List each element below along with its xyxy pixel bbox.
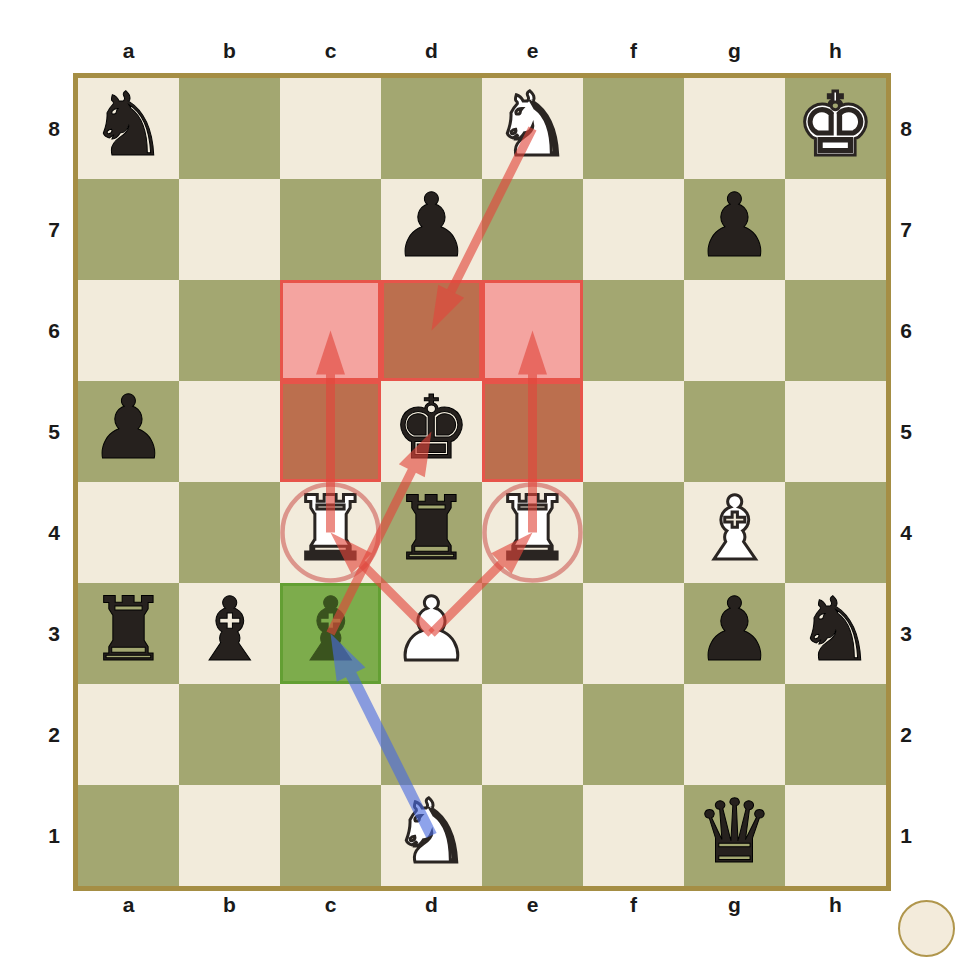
file-label-d: d — [381, 38, 482, 64]
square-g8[interactable] — [684, 78, 785, 179]
square-b4[interactable] — [179, 482, 280, 583]
square-a4[interactable] — [78, 482, 179, 583]
square-h7[interactable] — [785, 179, 886, 280]
piece-black-pawn-g3[interactable]: ♟ — [695, 586, 774, 674]
rank-label-1: 1 — [41, 785, 67, 886]
square-f3[interactable] — [583, 583, 684, 684]
file-label-c: c — [280, 892, 381, 918]
file-label-f: f — [583, 38, 684, 64]
square-e4[interactable]: ♜ — [482, 482, 583, 583]
piece-black-rook-d4[interactable]: ♜ — [392, 485, 471, 573]
piece-white-knight-e8[interactable]: ♞ — [493, 81, 572, 169]
square-h2[interactable] — [785, 684, 886, 785]
square-f6[interactable] — [583, 280, 684, 381]
file-label-c: c — [280, 38, 381, 64]
square-d2[interactable] — [381, 684, 482, 785]
rank-label-5: 5 — [41, 381, 67, 482]
square-d8[interactable] — [381, 78, 482, 179]
square-a6[interactable] — [78, 280, 179, 381]
piece-black-knight-h3[interactable]: ♞ — [796, 586, 875, 674]
square-a7[interactable] — [78, 179, 179, 280]
square-e1[interactable] — [482, 785, 583, 886]
piece-black-king-d5[interactable]: ♚ — [392, 384, 471, 472]
piece-black-knight-a8[interactable]: ♞ — [89, 81, 168, 169]
square-g5[interactable] — [684, 381, 785, 482]
square-f7[interactable] — [583, 179, 684, 280]
file-label-a: a — [78, 892, 179, 918]
file-label-b: b — [179, 892, 280, 918]
piece-white-bishop-g4[interactable]: ♝ — [695, 485, 774, 573]
square-g7[interactable]: ♟ — [684, 179, 785, 280]
file-label-d: d — [381, 892, 482, 918]
square-b8[interactable] — [179, 78, 280, 179]
square-g3[interactable]: ♟ — [684, 583, 785, 684]
rank-labels-right: 87654321 — [893, 78, 919, 886]
file-label-g: g — [684, 892, 785, 918]
rank-label-3: 3 — [41, 583, 67, 684]
file-label-b: b — [179, 38, 280, 64]
square-c3[interactable]: ♝ — [280, 583, 381, 684]
square-g6[interactable] — [684, 280, 785, 381]
square-b3[interactable]: ♝ — [179, 583, 280, 684]
square-h3[interactable]: ♞ — [785, 583, 886, 684]
piece-black-bishop-c3[interactable]: ♝ — [291, 586, 370, 674]
square-e2[interactable] — [482, 684, 583, 785]
square-c2[interactable] — [280, 684, 381, 785]
chess-analysis-board: abcdefgh abcdefgh 87654321 87654321 ♞♞♚♟… — [0, 0, 962, 962]
square-g1[interactable]: ♛ — [684, 785, 785, 886]
chess-board: ♞♞♚♟♟♟♚♜♜♜♝♜♝♝♟♟♞♞♛ — [73, 73, 891, 891]
square-h1[interactable] — [785, 785, 886, 886]
rank-label-4: 4 — [41, 482, 67, 583]
square-b1[interactable] — [179, 785, 280, 886]
square-d6[interactable] — [381, 280, 482, 381]
piece-black-bishop-b3[interactable]: ♝ — [190, 586, 269, 674]
square-b5[interactable] — [179, 381, 280, 482]
file-label-e: e — [482, 38, 583, 64]
rank-label-8: 8 — [893, 78, 919, 179]
square-e5[interactable] — [482, 381, 583, 482]
file-label-f: f — [583, 892, 684, 918]
square-d7[interactable]: ♟ — [381, 179, 482, 280]
rank-label-2: 2 — [893, 684, 919, 785]
square-a8[interactable]: ♞ — [78, 78, 179, 179]
square-e7[interactable] — [482, 179, 583, 280]
square-c7[interactable] — [280, 179, 381, 280]
file-label-h: h — [785, 892, 886, 918]
square-a2[interactable] — [78, 684, 179, 785]
piece-white-rook-c4[interactable]: ♜ — [291, 485, 370, 573]
file-labels-top: abcdefgh — [78, 38, 886, 64]
square-h6[interactable] — [785, 280, 886, 381]
rank-label-5: 5 — [893, 381, 919, 482]
square-e6[interactable] — [482, 280, 583, 381]
piece-black-rook-a3[interactable]: ♜ — [89, 586, 168, 674]
square-f5[interactable] — [583, 381, 684, 482]
piece-white-rook-e4[interactable]: ♜ — [493, 485, 572, 573]
file-labels-bottom: abcdefgh — [78, 892, 886, 918]
square-c5[interactable] — [280, 381, 381, 482]
square-h8[interactable]: ♚ — [785, 78, 886, 179]
rank-label-4: 4 — [893, 482, 919, 583]
square-d4[interactable]: ♜ — [381, 482, 482, 583]
piece-white-pawn-d3[interactable]: ♟ — [392, 586, 471, 674]
rank-label-1: 1 — [893, 785, 919, 886]
rank-label-7: 7 — [893, 179, 919, 280]
square-h4[interactable] — [785, 482, 886, 583]
square-f2[interactable] — [583, 684, 684, 785]
rank-label-3: 3 — [893, 583, 919, 684]
rank-label-7: 7 — [41, 179, 67, 280]
square-c4[interactable]: ♜ — [280, 482, 381, 583]
square-b2[interactable] — [179, 684, 280, 785]
rank-label-6: 6 — [893, 280, 919, 381]
piece-black-pawn-a5[interactable]: ♟ — [89, 384, 168, 472]
square-b6[interactable] — [179, 280, 280, 381]
square-e8[interactable]: ♞ — [482, 78, 583, 179]
square-a3[interactable]: ♜ — [78, 583, 179, 684]
square-e3[interactable] — [482, 583, 583, 684]
rank-label-8: 8 — [41, 78, 67, 179]
square-g2[interactable] — [684, 684, 785, 785]
piece-black-pawn-d7[interactable]: ♟ — [392, 182, 471, 270]
square-f1[interactable] — [583, 785, 684, 886]
square-d5[interactable]: ♚ — [381, 381, 482, 482]
square-c1[interactable] — [280, 785, 381, 886]
square-d3[interactable]: ♟ — [381, 583, 482, 684]
file-label-g: g — [684, 38, 785, 64]
square-g4[interactable]: ♝ — [684, 482, 785, 583]
piece-black-queen-g1[interactable]: ♛ — [695, 788, 774, 876]
piece-black-pawn-g7[interactable]: ♟ — [695, 182, 774, 270]
file-label-e: e — [482, 892, 583, 918]
piece-white-king-h8[interactable]: ♚ — [796, 81, 875, 169]
file-label-a: a — [78, 38, 179, 64]
rank-label-2: 2 — [41, 684, 67, 785]
square-b7[interactable] — [179, 179, 280, 280]
rank-labels-left: 87654321 — [41, 78, 67, 886]
square-f4[interactable] — [583, 482, 684, 583]
square-c6[interactable] — [280, 280, 381, 381]
rank-label-6: 6 — [41, 280, 67, 381]
square-c8[interactable] — [280, 78, 381, 179]
square-f8[interactable] — [583, 78, 684, 179]
square-a5[interactable]: ♟ — [78, 381, 179, 482]
square-h5[interactable] — [785, 381, 886, 482]
file-label-h: h — [785, 38, 886, 64]
side-to-move-indicator — [898, 900, 955, 957]
square-d1[interactable]: ♞ — [381, 785, 482, 886]
piece-white-knight-d1[interactable]: ♞ — [392, 788, 471, 876]
square-a1[interactable] — [78, 785, 179, 886]
